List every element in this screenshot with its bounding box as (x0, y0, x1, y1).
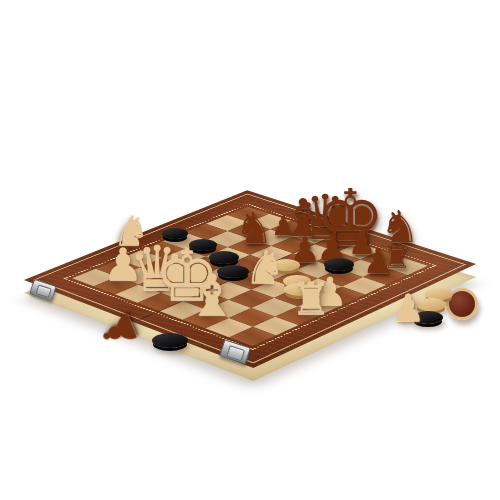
chess-piece-light-rook: ♜ (291, 276, 331, 321)
chess-piece-dark-pawn-front: ♟ (363, 244, 393, 278)
chess-piece-light-pawn-offboard: ♟ (391, 289, 425, 327)
pieces-layer: ♞♟♛♚♝♞♜♟♟♞♟♝♛♚♟♟♟♟♞♜♟ (0, 0, 500, 500)
chess-set-product-photo: ♞♟♛♚♝♞♜♟♟♞♟♝♛♚♟♟♟♟♞♜♟ (0, 0, 500, 500)
latch-left (29, 279, 57, 302)
chess-piece-light-bishop: ♝ (186, 267, 237, 324)
chess-piece-dark-pawn-fallen: ♟ (92, 306, 145, 357)
checker-black-checker-offboard-left (152, 333, 188, 348)
latch-front (219, 339, 251, 365)
chess-piece-light-knight-center: ♞ (244, 244, 285, 290)
